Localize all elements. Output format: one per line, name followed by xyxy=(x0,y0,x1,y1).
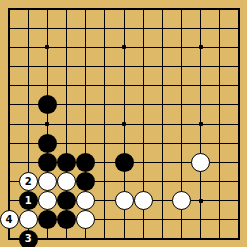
stone-black xyxy=(38,134,57,153)
stone-black xyxy=(38,153,57,172)
stone-white xyxy=(76,191,95,210)
star-point xyxy=(122,122,126,126)
stone-white xyxy=(57,172,76,191)
stone-white xyxy=(19,210,38,229)
stone-black: 3 xyxy=(19,230,38,247)
stone-black xyxy=(76,172,95,191)
stone-black xyxy=(115,153,134,172)
stone-white xyxy=(38,172,57,191)
go-board[interactable]: 2143 xyxy=(0,0,247,247)
grid-line-vertical xyxy=(219,8,220,240)
stone-white xyxy=(76,210,95,229)
grid-line-horizontal xyxy=(8,238,240,240)
move-number-label: 3 xyxy=(25,234,32,244)
star-point xyxy=(122,45,126,49)
stone-white: 2 xyxy=(19,172,38,191)
move-number-label: 4 xyxy=(6,215,13,225)
stone-black xyxy=(38,210,57,229)
stone-white xyxy=(115,191,134,210)
stone-white xyxy=(172,191,191,210)
stone-black xyxy=(57,153,76,172)
stone-black xyxy=(57,191,76,210)
stone-black xyxy=(57,210,76,229)
grid-line-vertical xyxy=(162,8,163,240)
stone-white xyxy=(38,191,57,210)
star-point xyxy=(45,122,49,126)
stone-white: 4 xyxy=(0,210,19,229)
star-point xyxy=(199,45,203,49)
star-point xyxy=(199,199,203,203)
move-number-label: 1 xyxy=(25,196,32,206)
move-number-label: 2 xyxy=(25,177,32,187)
star-point xyxy=(199,122,203,126)
star-point xyxy=(45,45,49,49)
stone-black: 1 xyxy=(19,191,38,210)
grid-line-vertical xyxy=(238,8,240,240)
stone-black xyxy=(76,153,95,172)
stone-white xyxy=(134,191,153,210)
stone-black xyxy=(38,95,57,114)
stone-white xyxy=(191,153,210,172)
